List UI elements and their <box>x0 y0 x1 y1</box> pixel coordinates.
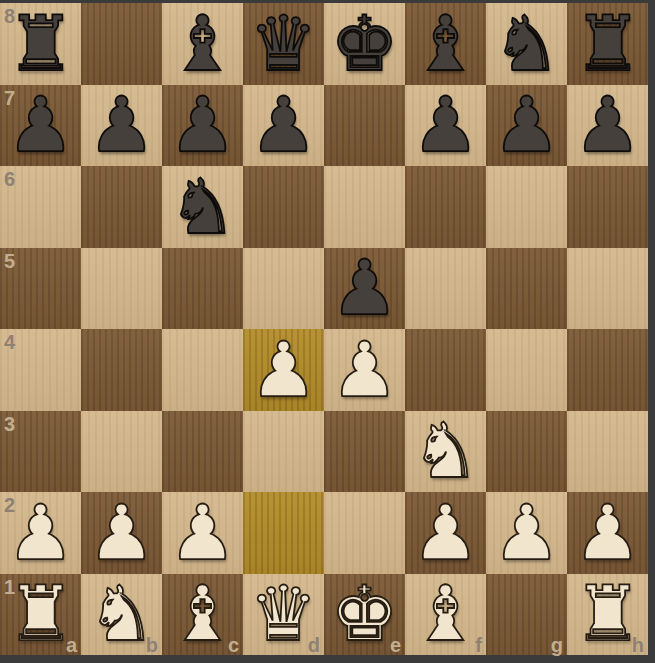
piece-black-knight[interactable]: ♞ <box>486 3 567 85</box>
piece-black-pawn[interactable]: ♟ <box>81 85 162 167</box>
square-a5[interactable]: 5 <box>0 248 81 330</box>
rank-label-6: 6 <box>4 169 15 189</box>
square-d4[interactable]: ♟ <box>243 329 324 411</box>
rank-label-4: 4 <box>4 332 15 352</box>
piece-black-pawn[interactable]: ♟ <box>486 85 567 167</box>
square-h5[interactable] <box>567 248 648 330</box>
square-h2[interactable]: ♟ <box>567 492 648 574</box>
square-f7[interactable]: ♟ <box>405 85 486 167</box>
piece-white-pawn[interactable]: ♟ <box>405 492 486 574</box>
square-f8[interactable]: ♝ <box>405 3 486 85</box>
square-e6[interactable] <box>324 166 405 248</box>
square-h1[interactable]: h♜ <box>567 574 648 656</box>
square-h6[interactable] <box>567 166 648 248</box>
piece-white-pawn[interactable]: ♟ <box>567 492 648 574</box>
piece-black-pawn[interactable]: ♟ <box>405 85 486 167</box>
piece-black-rook[interactable]: ♜ <box>567 3 648 85</box>
square-d6[interactable] <box>243 166 324 248</box>
square-h3[interactable] <box>567 411 648 493</box>
square-c3[interactable] <box>162 411 243 493</box>
piece-white-rook[interactable]: ♜ <box>567 574 648 656</box>
square-g5[interactable] <box>486 248 567 330</box>
square-c4[interactable] <box>162 329 243 411</box>
square-b5[interactable] <box>81 248 162 330</box>
rank-label-5: 5 <box>4 251 15 271</box>
square-d1[interactable]: d♛ <box>243 574 324 656</box>
piece-black-bishop[interactable]: ♝ <box>405 3 486 85</box>
piece-black-pawn[interactable]: ♟ <box>324 248 405 330</box>
square-g4[interactable] <box>486 329 567 411</box>
square-e1[interactable]: e♚ <box>324 574 405 656</box>
square-g7[interactable]: ♟ <box>486 85 567 167</box>
piece-white-king[interactable]: ♚ <box>324 574 405 656</box>
rank-label-3: 3 <box>4 414 15 434</box>
square-h8[interactable]: ♜ <box>567 3 648 85</box>
square-b6[interactable] <box>81 166 162 248</box>
piece-white-bishop[interactable]: ♝ <box>162 574 243 656</box>
piece-white-pawn[interactable]: ♟ <box>0 492 81 574</box>
app-background: 8♜♝♛♚♝♞♜7♟♟♟♟♟♟♟6♞5♟4♟♟3♞2♟♟♟♟♟♟1a♜b♞c♝d… <box>0 0 655 663</box>
square-a8[interactable]: 8♜ <box>0 3 81 85</box>
square-c1[interactable]: c♝ <box>162 574 243 656</box>
piece-black-pawn[interactable]: ♟ <box>0 85 81 167</box>
piece-white-knight[interactable]: ♞ <box>405 411 486 493</box>
piece-black-pawn[interactable]: ♟ <box>162 85 243 167</box>
square-c8[interactable]: ♝ <box>162 3 243 85</box>
square-b1[interactable]: b♞ <box>81 574 162 656</box>
square-d8[interactable]: ♛ <box>243 3 324 85</box>
square-f1[interactable]: f♝ <box>405 574 486 656</box>
square-b8[interactable] <box>81 3 162 85</box>
chess-board: 8♜♝♛♚♝♞♜7♟♟♟♟♟♟♟6♞5♟4♟♟3♞2♟♟♟♟♟♟1a♜b♞c♝d… <box>0 3 648 655</box>
square-c5[interactable] <box>162 248 243 330</box>
piece-white-pawn[interactable]: ♟ <box>162 492 243 574</box>
square-f2[interactable]: ♟ <box>405 492 486 574</box>
square-d2[interactable] <box>243 492 324 574</box>
piece-white-pawn[interactable]: ♟ <box>243 329 324 411</box>
square-d5[interactable] <box>243 248 324 330</box>
piece-black-pawn[interactable]: ♟ <box>243 85 324 167</box>
square-g2[interactable]: ♟ <box>486 492 567 574</box>
piece-black-king[interactable]: ♚ <box>324 3 405 85</box>
square-a2[interactable]: 2♟ <box>0 492 81 574</box>
piece-black-pawn[interactable]: ♟ <box>567 85 648 167</box>
piece-white-pawn[interactable]: ♟ <box>486 492 567 574</box>
square-e4[interactable]: ♟ <box>324 329 405 411</box>
square-f3[interactable]: ♞ <box>405 411 486 493</box>
square-e2[interactable] <box>324 492 405 574</box>
square-h7[interactable]: ♟ <box>567 85 648 167</box>
square-b7[interactable]: ♟ <box>81 85 162 167</box>
square-f4[interactable] <box>405 329 486 411</box>
square-g6[interactable] <box>486 166 567 248</box>
square-b3[interactable] <box>81 411 162 493</box>
square-b4[interactable] <box>81 329 162 411</box>
square-b2[interactable]: ♟ <box>81 492 162 574</box>
piece-white-pawn[interactable]: ♟ <box>81 492 162 574</box>
square-d3[interactable] <box>243 411 324 493</box>
square-a1[interactable]: 1a♜ <box>0 574 81 656</box>
square-e5[interactable]: ♟ <box>324 248 405 330</box>
piece-white-bishop[interactable]: ♝ <box>405 574 486 656</box>
square-g3[interactable] <box>486 411 567 493</box>
piece-black-rook[interactable]: ♜ <box>0 3 81 85</box>
square-c6[interactable]: ♞ <box>162 166 243 248</box>
square-e3[interactable] <box>324 411 405 493</box>
square-f6[interactable] <box>405 166 486 248</box>
square-a6[interactable]: 6 <box>0 166 81 248</box>
square-f5[interactable] <box>405 248 486 330</box>
piece-white-knight[interactable]: ♞ <box>81 574 162 656</box>
piece-white-rook[interactable]: ♜ <box>0 574 81 656</box>
piece-white-queen[interactable]: ♛ <box>243 574 324 656</box>
square-a7[interactable]: 7♟ <box>0 85 81 167</box>
square-h4[interactable] <box>567 329 648 411</box>
piece-black-knight[interactable]: ♞ <box>162 166 243 248</box>
square-c2[interactable]: ♟ <box>162 492 243 574</box>
piece-black-queen[interactable]: ♛ <box>243 3 324 85</box>
square-a4[interactable]: 4 <box>0 329 81 411</box>
square-g1[interactable]: g <box>486 574 567 656</box>
square-c7[interactable]: ♟ <box>162 85 243 167</box>
file-label-g: g <box>551 635 563 655</box>
piece-black-bishop[interactable]: ♝ <box>162 3 243 85</box>
piece-white-pawn[interactable]: ♟ <box>324 329 405 411</box>
square-g8[interactable]: ♞ <box>486 3 567 85</box>
square-d7[interactable]: ♟ <box>243 85 324 167</box>
square-e8[interactable]: ♚ <box>324 3 405 85</box>
square-e7[interactable] <box>324 85 405 167</box>
square-a3[interactable]: 3 <box>0 411 81 493</box>
